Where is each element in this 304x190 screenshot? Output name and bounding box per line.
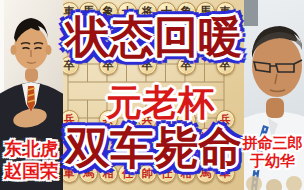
title-bottom: 双车毙命 xyxy=(56,126,252,170)
left-player-caption: 东北虎 赵国荣 xyxy=(0,139,62,183)
video-thumbnail: 車馬象士将士象馬車砲砲卒卒卒卒卒兵兵兵兵兵炮炮車馬相仕帥仕相馬車 xyxy=(0,0,304,190)
right-player-name: 于幼华 xyxy=(241,152,304,170)
right-player-nickname: 拼命三郎 xyxy=(241,134,304,152)
event-badge: 元老杯 xyxy=(64,85,256,121)
left-player-name: 赵国荣 xyxy=(0,161,62,183)
left-player-nickname: 东北虎 xyxy=(0,139,62,161)
title-top: 状态回暖 xyxy=(56,15,252,59)
right-player-caption: 拼命三郎 于幼华 xyxy=(241,134,304,171)
